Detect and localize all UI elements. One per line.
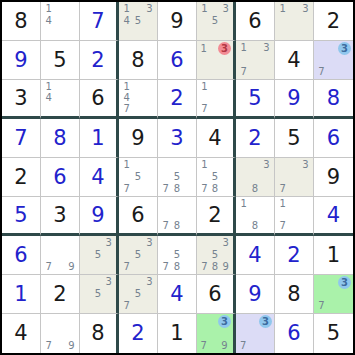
candidate-7[interactable]: 7 [316,67,327,79]
candidate-3[interactable]: 3 [300,159,311,171]
solved-digit: 6 [53,167,66,188]
candidate-3[interactable]: 3 [220,3,231,15]
given-digit: 8 [287,284,300,305]
given-digit: 2 [14,167,27,188]
candidate-3[interactable]: 3 [144,3,155,15]
candidate-1[interactable]: 1 [199,42,209,55]
cell-r5c6[interactable]: 1578 [197,158,236,197]
given-digit: 2 [53,284,66,305]
candidate-4[interactable]: 4 [121,15,132,27]
candidate-5[interactable]: 5 [210,15,221,27]
candidate-3[interactable]: 3 [220,237,231,249]
candidate-3-circled-red[interactable]: 3 [218,42,231,55]
solved-digit: 3 [170,128,183,149]
cell-r2c9[interactable]: 37 [314,41,353,80]
solved-digit: 6 [14,245,27,266]
cell-r4c5[interactable]: 3 [158,119,197,158]
solved-digit: 8 [53,128,66,149]
cell-r4c4[interactable]: 9 [119,119,158,158]
cell-r5c9[interactable]: 9 [314,158,353,197]
given-digit: 6 [91,88,104,109]
candidate-7[interactable]: 7 [199,104,210,115]
given-digit: 5 [287,128,300,149]
candidate-5[interactable]: 5 [132,249,143,261]
candidates-grid: 35 [82,276,114,312]
candidate-5[interactable]: 5 [93,249,104,261]
candidate-1[interactable]: 1 [121,3,132,15]
solved-digit: 5 [248,88,261,109]
cell-r5c4[interactable]: 157 [119,158,158,197]
candidates-grid: 38 [238,159,272,195]
given-digit: 6 [131,205,144,226]
solved-digit: 7 [14,128,27,149]
cell-r9c1[interactable]: 4 [2,314,41,353]
candidates-grid: 137 [238,42,272,78]
given-digit: 4 [14,323,27,344]
candidates-grid: 379 [199,315,231,352]
given-digit: 2 [208,205,221,226]
candidate-1[interactable]: 1 [43,81,54,92]
cell-r9c2[interactable]: 79 [41,314,80,353]
candidates-grid: 135 [199,3,231,39]
candidate-7[interactable]: 7 [277,183,288,195]
cell-r7c1[interactable]: 6 [2,236,41,275]
solved-digit: 9 [248,284,261,305]
candidates-grid: 157 [121,159,155,195]
candidate-3-circled-blue[interactable]: 3 [338,276,351,289]
candidates-grid: 37 [238,315,272,352]
cell-r1c5[interactable]: 9 [158,2,197,41]
cell-r8c5[interactable]: 4 [158,275,197,314]
cell-r7c3[interactable]: 35 [80,236,119,275]
candidate-7[interactable]: 7 [43,340,54,352]
given-digit: 9 [131,128,144,149]
candidates-grid: 79 [43,237,77,273]
candidate-8[interactable]: 8 [171,183,182,195]
candidates-grid: 147 [121,81,155,115]
solved-digit: 5 [14,205,27,226]
candidate-5[interactable]: 5 [93,288,104,300]
cell-r3c6[interactable]: 17 [197,80,236,119]
candidate-7[interactable]: 7 [121,104,132,115]
candidate-7[interactable]: 7 [160,261,171,273]
cell-r1c2[interactable]: 14 [41,2,80,41]
given-digit: 8 [14,11,27,32]
cell-r4c6[interactable]: 4 [197,119,236,158]
candidate-5[interactable]: 5 [132,15,143,27]
candidate-8[interactable]: 8 [249,183,260,195]
candidate-1[interactable]: 1 [238,42,249,54]
candidate-5[interactable]: 5 [171,171,182,183]
cell-r6c3[interactable]: 9 [80,197,119,236]
candidate-4[interactable]: 4 [43,92,54,103]
candidate-1[interactable]: 1 [199,81,210,92]
solved-digit: 4 [248,245,261,266]
candidates-grid: 13 [199,42,231,78]
cell-r7c4[interactable]: 357 [119,236,158,275]
cell-r8c1[interactable]: 1 [2,275,41,314]
cell-r1c9[interactable]: 2 [314,2,353,41]
cell-r3c1[interactable]: 3 [2,80,41,119]
cell-r7c7[interactable]: 4 [236,236,275,275]
candidate-3[interactable]: 3 [144,237,155,249]
candidate-7[interactable]: 7 [238,340,249,352]
candidates-grid: 17 [199,81,231,115]
cell-r9c8[interactable]: 6 [275,314,314,353]
candidate-7[interactable]: 7 [199,340,209,352]
candidate-5[interactable]: 5 [132,288,143,300]
cell-r3c2[interactable]: 14 [41,80,80,119]
cell-r2c6[interactable]: 13 [197,41,236,80]
cell-r5c5[interactable]: 578 [158,158,197,197]
cell-r9c9[interactable]: 5 [314,314,353,353]
given-digit: 6 [248,11,261,32]
cell-r6c1[interactable]: 5 [2,197,41,236]
candidate-7[interactable]: 7 [121,261,132,273]
solved-digit: 2 [287,245,300,266]
candidate-9[interactable]: 9 [66,340,77,352]
candidate-1[interactable]: 1 [199,159,210,171]
cell-r6c7[interactable]: 18 [236,197,275,236]
candidate-5[interactable]: 5 [132,171,143,183]
candidate-3-circled-blue[interactable]: 3 [259,315,272,328]
cell-r6c5[interactable]: 78 [158,197,197,236]
candidate-3[interactable]: 3 [261,159,272,171]
solved-digit: 2 [170,88,183,109]
given-digit: 4 [287,50,300,71]
candidate-7[interactable]: 7 [316,301,327,313]
candidate-3[interactable]: 3 [103,237,114,249]
candidate-1[interactable]: 1 [199,3,210,15]
sudoku-board: 8147134591356132952861313743731461472175… [0,0,355,355]
candidate-3[interactable]: 3 [300,3,311,15]
cell-r6c4[interactable]: 6 [119,197,158,236]
cell-r8c4[interactable]: 357 [119,275,158,314]
cell-r8c8[interactable]: 8 [275,275,314,314]
cell-r2c2[interactable]: 5 [41,41,80,80]
candidates-grid: 357 [121,276,155,312]
cell-r4c3[interactable]: 1 [80,119,119,158]
solved-digit: 6 [170,50,183,71]
candidates-grid: 37 [277,159,311,195]
cell-r3c3[interactable]: 6 [80,80,119,119]
cell-r5c8[interactable]: 37 [275,158,314,197]
cell-r2c1[interactable]: 9 [2,41,41,80]
candidate-1[interactable]: 1 [121,81,132,92]
cell-r6c6[interactable]: 2 [197,197,236,236]
candidate-1[interactable]: 1 [238,198,249,209]
candidate-8[interactable]: 8 [210,183,221,195]
given-digit: 8 [91,323,104,344]
candidates-grid: 357 [121,237,155,273]
candidates-grid: 578 [160,159,194,195]
cell-r2c5[interactable]: 6 [158,41,197,80]
candidates-grid: 14 [43,81,77,115]
cell-r1c8[interactable]: 13 [275,2,314,41]
candidates-grid: 35789 [199,237,231,273]
cell-r3c8[interactable]: 9 [275,80,314,119]
cell-r1c6[interactable]: 135 [197,2,236,41]
solved-digit: 9 [14,50,27,71]
candidate-3-circled-blue[interactable]: 3 [338,42,351,55]
cell-r8c9[interactable]: 37 [314,275,353,314]
cell-r9c3[interactable]: 8 [80,314,119,353]
cell-r3c7[interactable]: 5 [236,80,275,119]
solved-digit: 2 [248,128,261,149]
candidates-grid: 35 [82,237,114,273]
solved-digit: 1 [91,128,104,149]
cell-r6c9[interactable]: 4 [314,197,353,236]
cell-r2c7[interactable]: 137 [236,41,275,80]
given-digit: 6 [208,284,221,305]
solved-digit: 2 [91,50,104,71]
candidate-5[interactable]: 5 [210,249,221,261]
cell-r9c4[interactable]: 2 [119,314,158,353]
candidates-grid: 1578 [199,159,231,195]
cell-r7c6[interactable]: 35789 [197,236,236,275]
cell-r2c8[interactable]: 4 [275,41,314,80]
candidate-8[interactable]: 8 [210,261,221,273]
candidate-5[interactable]: 5 [210,171,221,183]
cell-r7c9[interactable]: 1 [314,236,353,275]
candidates-grid: 79 [43,315,77,352]
candidates-grid: 78 [160,198,194,232]
candidates-grid: 578 [160,237,194,273]
candidate-9[interactable]: 9 [218,340,231,352]
candidate-4[interactable]: 4 [121,92,132,103]
cell-r9c6[interactable]: 379 [197,314,236,353]
cell-r8c2[interactable]: 2 [41,275,80,314]
cell-r1c7[interactable]: 6 [236,2,275,41]
candidate-7[interactable]: 7 [238,66,249,78]
solved-digit: 9 [287,88,300,109]
candidate-3[interactable]: 3 [261,42,272,54]
cell-r3c5[interactable]: 2 [158,80,197,119]
solved-digit: 9 [91,205,104,226]
cell-r1c1[interactable]: 8 [2,2,41,41]
given-digit: 5 [327,323,340,344]
candidate-8[interactable]: 8 [249,221,260,232]
cell-r2c4[interactable]: 8 [119,41,158,80]
cell-r8c7[interactable]: 9 [236,275,275,314]
given-digit: 2 [327,11,340,32]
given-digit: 3 [14,88,27,109]
given-digit: 8 [131,50,144,71]
solved-digit: 4 [170,284,183,305]
cell-r5c2[interactable]: 6 [41,158,80,197]
given-digit: 9 [327,167,340,188]
candidate-9[interactable]: 9 [220,261,231,273]
cell-r7c8[interactable]: 2 [275,236,314,275]
cell-r8c3[interactable]: 35 [80,275,119,314]
solved-digit: 8 [327,88,340,109]
cell-r4c9[interactable]: 6 [314,119,353,158]
cell-r1c4[interactable]: 1345 [119,2,158,41]
candidate-8[interactable]: 8 [171,261,182,273]
candidate-3[interactable]: 3 [144,276,155,288]
cell-r2c3[interactable]: 2 [80,41,119,80]
candidates-grid: 1345 [121,3,155,39]
cell-r7c5[interactable]: 578 [158,236,197,275]
cell-r6c2[interactable]: 3 [41,197,80,236]
solved-digit: 4 [91,167,104,188]
solved-digit: 2 [131,323,144,344]
cell-r8c6[interactable]: 6 [197,275,236,314]
candidate-7[interactable]: 7 [121,183,132,195]
given-digit: 1 [327,245,340,266]
candidate-7[interactable]: 7 [160,183,171,195]
candidate-7[interactable]: 7 [160,221,171,232]
given-digit: 3 [53,205,66,226]
candidates-grid: 17 [277,198,311,232]
solved-digit: 1 [14,284,27,305]
candidate-9[interactable]: 9 [66,261,77,273]
cell-r3c4[interactable]: 147 [119,80,158,119]
candidate-1[interactable]: 1 [121,159,132,171]
cell-r6c8[interactable]: 17 [275,197,314,236]
candidate-4[interactable]: 4 [43,15,54,27]
candidate-7[interactable]: 7 [121,300,132,312]
candidate-5[interactable]: 5 [171,249,182,261]
candidates-grid: 14 [43,3,77,39]
cell-r3c9[interactable]: 8 [314,80,353,119]
candidates-grid: 13 [277,3,311,39]
cell-r5c3[interactable]: 4 [80,158,119,197]
candidate-3[interactable]: 3 [103,276,114,288]
candidate-8[interactable]: 8 [171,221,182,232]
cell-r7c2[interactable]: 79 [41,236,80,275]
cell-r4c8[interactable]: 5 [275,119,314,158]
cell-r1c3[interactable]: 7 [80,2,119,41]
candidate-1[interactable]: 1 [43,3,54,15]
cell-r5c1[interactable]: 2 [2,158,41,197]
given-digit: 4 [208,128,221,149]
cell-r9c7[interactable]: 37 [236,314,275,353]
cell-r5c7[interactable]: 38 [236,158,275,197]
candidate-1[interactable]: 1 [277,3,288,15]
solved-digit: 7 [91,11,104,32]
cell-r9c5[interactable]: 1 [158,314,197,353]
candidate-3-circled-blue[interactable]: 3 [218,315,231,328]
candidates-grid: 37 [316,42,351,78]
solved-digit: 6 [327,128,340,149]
candidate-7[interactable]: 7 [277,221,288,232]
candidate-7[interactable]: 7 [199,261,210,273]
given-digit: 9 [170,11,183,32]
solved-digit: 4 [327,205,340,226]
candidate-1[interactable]: 1 [277,198,288,209]
candidates-grid: 37 [316,276,351,312]
solved-digit: 6 [287,323,300,344]
candidate-7[interactable]: 7 [43,261,54,273]
candidate-7[interactable]: 7 [199,183,210,195]
cell-r4c7[interactable]: 2 [236,119,275,158]
cell-r4c1[interactable]: 7 [2,119,41,158]
given-digit: 5 [53,50,66,71]
given-digit: 1 [170,323,183,344]
candidates-grid: 18 [238,198,272,232]
cell-r4c2[interactable]: 8 [41,119,80,158]
